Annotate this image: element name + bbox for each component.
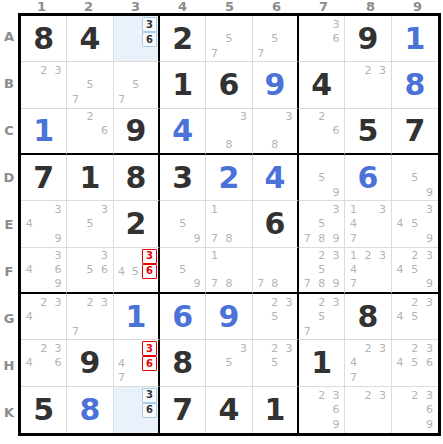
given-digit: 6 bbox=[264, 209, 285, 239]
column-label-4: 4 bbox=[159, 0, 206, 13]
cell-G4[interactable]: 6 bbox=[160, 294, 206, 340]
candidate-1: 1 bbox=[346, 249, 360, 263]
candidate-grid: 59 bbox=[160, 248, 205, 292]
row-label-F: F bbox=[0, 248, 18, 295]
cell-A3[interactable]: 36 bbox=[114, 16, 160, 62]
cell-E4[interactable]: 59 bbox=[160, 201, 206, 247]
candidate-3: 3 bbox=[282, 341, 296, 355]
cell-H6[interactable]: 235 bbox=[253, 340, 299, 386]
cell-K2[interactable]: 8 bbox=[67, 387, 113, 433]
candidate-5: 5 bbox=[314, 170, 328, 184]
candidate-8: 8 bbox=[222, 138, 236, 152]
candidate-5: 5 bbox=[83, 217, 97, 231]
eliminated-candidate-6: 6 bbox=[142, 356, 157, 371]
given-digit: 1 bbox=[80, 163, 101, 193]
candidate-3: 3 bbox=[329, 202, 343, 216]
candidate-2: 2 bbox=[314, 110, 328, 124]
candidate-8: 8 bbox=[268, 138, 282, 152]
row-label-K: K bbox=[0, 389, 18, 436]
solved-digit: 4 bbox=[172, 116, 193, 146]
cell-E1[interactable]: 349 bbox=[21, 201, 67, 247]
candidate-5: 5 bbox=[222, 356, 236, 370]
cell-E8[interactable]: 1347 bbox=[345, 201, 391, 247]
cell-E3[interactable]: 2 bbox=[114, 201, 160, 247]
candidate-4: 4 bbox=[393, 356, 408, 370]
given-digit: 3 bbox=[172, 163, 193, 193]
cell-F9[interactable]: 23459 bbox=[392, 248, 438, 294]
candidate-3: 3 bbox=[422, 249, 437, 263]
candidate-5: 5 bbox=[83, 263, 97, 277]
candidate-9: 9 bbox=[329, 417, 343, 432]
row-label-E: E bbox=[0, 201, 18, 248]
cell-B6[interactable]: 9 bbox=[253, 62, 299, 108]
candidate-5: 5 bbox=[314, 217, 328, 231]
candidate-3: 3 bbox=[282, 110, 296, 124]
candidate-5: 5 bbox=[407, 309, 422, 323]
candidate-5: 5 bbox=[83, 78, 97, 92]
candidate-grid: 35 bbox=[206, 340, 251, 385]
candidate-3: 3 bbox=[422, 202, 437, 216]
row-labels: ABCDEFGHK bbox=[0, 13, 18, 436]
cell-F4[interactable]: 59 bbox=[160, 248, 206, 294]
candidate-5: 5 bbox=[314, 263, 328, 277]
candidate-1: 1 bbox=[207, 249, 221, 263]
cell-F7[interactable]: 235789 bbox=[299, 248, 345, 294]
candidate-2: 2 bbox=[361, 249, 375, 263]
candidate-grid: 23456 bbox=[392, 340, 438, 385]
cell-D6[interactable]: 4 bbox=[253, 155, 299, 201]
cell-G1[interactable]: 234 bbox=[21, 294, 67, 340]
cell-H7[interactable]: 1 bbox=[299, 340, 345, 386]
cell-D8[interactable]: 6 bbox=[345, 155, 391, 201]
candidate-grid: 2346 bbox=[21, 340, 66, 385]
cell-G9[interactable]: 2345 bbox=[392, 294, 438, 340]
candidate-5: 5 bbox=[175, 217, 189, 231]
given-digit: 8 bbox=[125, 163, 146, 193]
candidate-6: 6 bbox=[329, 124, 343, 138]
cell-D3[interactable]: 8 bbox=[114, 155, 160, 201]
cell-D4[interactable]: 3 bbox=[160, 155, 206, 201]
candidate-grid: 3467 bbox=[114, 340, 158, 385]
candidate-8: 8 bbox=[314, 277, 328, 291]
candidate-1: 1 bbox=[207, 202, 221, 216]
candidate-grid: 26 bbox=[67, 109, 112, 153]
candidate-grid: 3459 bbox=[392, 201, 438, 246]
cell-H4[interactable]: 8 bbox=[160, 340, 206, 386]
cell-H9[interactable]: 23456 bbox=[392, 340, 438, 386]
cell-G7[interactable]: 2357 bbox=[299, 294, 345, 340]
candidate-2: 2 bbox=[407, 295, 422, 309]
cell-H5[interactable]: 35 bbox=[206, 340, 252, 386]
candidate-6: 6 bbox=[422, 402, 437, 417]
cell-G2[interactable]: 237 bbox=[67, 294, 113, 340]
candidate-7: 7 bbox=[254, 46, 268, 60]
candidate-grid: 2345 bbox=[392, 294, 438, 339]
given-digit: 8 bbox=[172, 348, 193, 378]
candidate-3: 3 bbox=[422, 295, 437, 309]
cell-B5[interactable]: 6 bbox=[206, 62, 252, 108]
given-digit: 5 bbox=[358, 116, 379, 146]
cell-F6[interactable]: 78 bbox=[253, 248, 299, 294]
cell-H3[interactable]: 3467 bbox=[114, 340, 160, 386]
cell-C5[interactable]: 38 bbox=[206, 109, 252, 155]
candidate-9: 9 bbox=[422, 185, 437, 199]
solved-digit: 9 bbox=[219, 302, 240, 332]
cell-F3[interactable]: 3456 bbox=[114, 248, 160, 294]
cell-E5[interactable]: 178 bbox=[206, 201, 252, 247]
candidate-8: 8 bbox=[222, 277, 236, 291]
candidate-2: 2 bbox=[83, 295, 97, 309]
candidate-8: 8 bbox=[314, 231, 328, 245]
candidate-2: 2 bbox=[407, 341, 422, 355]
sudoku-grid: 8436257573691235757169423812694383826577… bbox=[18, 13, 441, 436]
candidate-3: 3 bbox=[236, 110, 250, 124]
candidate-9: 9 bbox=[51, 231, 65, 245]
cell-F5[interactable]: 178 bbox=[206, 248, 252, 294]
column-label-2: 2 bbox=[65, 0, 112, 13]
candidate-2: 2 bbox=[361, 388, 375, 403]
row-label-A: A bbox=[0, 13, 18, 60]
candidate-3: 3 bbox=[97, 249, 111, 263]
cell-F2[interactable]: 356 bbox=[67, 248, 113, 294]
cell-C7[interactable]: 26 bbox=[299, 109, 345, 155]
candidate-9: 9 bbox=[422, 231, 437, 245]
column-label-6: 6 bbox=[253, 0, 300, 13]
candidate-1: 1 bbox=[346, 202, 360, 216]
cell-A2[interactable]: 4 bbox=[67, 16, 113, 62]
candidate-4: 4 bbox=[346, 263, 360, 277]
cell-C4[interactable]: 4 bbox=[160, 109, 206, 155]
given-digit: 9 bbox=[358, 24, 379, 54]
candidate-3: 3 bbox=[422, 341, 437, 355]
candidate-grid: 35789 bbox=[299, 201, 344, 246]
column-label-1: 1 bbox=[18, 0, 65, 13]
candidate-grid: 23 bbox=[345, 387, 390, 433]
candidate-grid: 35 bbox=[67, 201, 112, 246]
cell-K9[interactable]: 2369 bbox=[392, 387, 438, 433]
cell-B1[interactable]: 23 bbox=[21, 62, 67, 108]
chain-candidate-6: 6 bbox=[142, 403, 157, 418]
candidate-grid: 57 bbox=[67, 62, 112, 107]
cell-B3[interactable]: 57 bbox=[114, 62, 160, 108]
candidate-7: 7 bbox=[115, 371, 129, 384]
chain-candidate-3: 3 bbox=[142, 388, 157, 403]
candidate-5: 5 bbox=[407, 356, 422, 370]
candidate-5: 5 bbox=[128, 264, 142, 279]
cell-D9[interactable]: 59 bbox=[392, 155, 438, 201]
row-label-C: C bbox=[0, 107, 18, 154]
cell-F8[interactable]: 12347 bbox=[345, 248, 391, 294]
cell-F1[interactable]: 3469 bbox=[21, 248, 67, 294]
cell-E6[interactable]: 6 bbox=[253, 201, 299, 247]
given-digit: 9 bbox=[80, 348, 101, 378]
candidate-grid: 38 bbox=[206, 109, 251, 153]
candidate-3: 3 bbox=[282, 295, 296, 309]
cell-D5[interactable]: 2 bbox=[206, 155, 252, 201]
column-label-5: 5 bbox=[206, 0, 253, 13]
candidate-7: 7 bbox=[300, 324, 314, 338]
candidate-2: 2 bbox=[36, 63, 50, 77]
candidate-6: 6 bbox=[97, 263, 111, 277]
row-label-B: B bbox=[0, 60, 18, 107]
candidate-3: 3 bbox=[51, 249, 65, 263]
candidate-7: 7 bbox=[207, 46, 221, 60]
cell-C1[interactable]: 1 bbox=[21, 109, 67, 155]
candidate-3: 3 bbox=[51, 341, 65, 355]
cell-E7[interactable]: 35789 bbox=[299, 201, 345, 247]
given-digit: 2 bbox=[125, 209, 146, 239]
column-label-8: 8 bbox=[347, 0, 394, 13]
candidate-5: 5 bbox=[129, 78, 143, 92]
candidate-grid: 23 bbox=[21, 62, 66, 107]
candidate-7: 7 bbox=[346, 277, 360, 291]
cell-D1[interactable]: 7 bbox=[21, 155, 67, 201]
candidate-5: 5 bbox=[314, 309, 328, 323]
cell-B4[interactable]: 1 bbox=[160, 62, 206, 108]
candidate-grid: 59 bbox=[299, 155, 344, 200]
candidate-9: 9 bbox=[422, 417, 437, 432]
candidate-2: 2 bbox=[83, 110, 97, 124]
candidate-9: 9 bbox=[329, 231, 343, 245]
candidate-grid: 59 bbox=[392, 155, 438, 200]
eliminated-candidate-3: 3 bbox=[142, 341, 157, 356]
candidate-4: 4 bbox=[22, 309, 36, 323]
candidate-5: 5 bbox=[175, 263, 189, 277]
candidate-grid: 3456 bbox=[114, 248, 158, 292]
candidate-4: 4 bbox=[22, 356, 36, 370]
candidate-grid: 57 bbox=[114, 62, 158, 107]
cell-K1[interactable]: 5 bbox=[21, 387, 67, 433]
candidate-7: 7 bbox=[68, 92, 82, 106]
solved-digit: 1 bbox=[125, 302, 146, 332]
candidate-6: 6 bbox=[329, 402, 343, 417]
candidate-7: 7 bbox=[207, 231, 221, 245]
candidate-grid: 178 bbox=[206, 248, 251, 292]
cell-A8[interactable]: 9 bbox=[345, 16, 391, 62]
solved-digit: 1 bbox=[33, 116, 54, 146]
candidate-6: 6 bbox=[422, 356, 437, 370]
candidate-grid: 2369 bbox=[299, 387, 344, 433]
candidate-3: 3 bbox=[97, 295, 111, 309]
candidate-4: 4 bbox=[115, 264, 129, 279]
cell-B7[interactable]: 4 bbox=[299, 62, 345, 108]
cell-G5[interactable]: 9 bbox=[206, 294, 252, 340]
candidate-2: 2 bbox=[268, 295, 282, 309]
candidate-3: 3 bbox=[375, 249, 389, 263]
column-label-3: 3 bbox=[112, 0, 159, 13]
candidate-3: 3 bbox=[422, 388, 437, 403]
given-digit: 5 bbox=[33, 395, 54, 425]
given-digit: 8 bbox=[33, 24, 54, 54]
candidate-9: 9 bbox=[190, 277, 204, 291]
candidate-grid: 178 bbox=[206, 201, 251, 246]
cell-A4[interactable]: 2 bbox=[160, 16, 206, 62]
candidate-3: 3 bbox=[329, 17, 343, 31]
candidate-4: 4 bbox=[115, 356, 129, 371]
cell-G6[interactable]: 235 bbox=[253, 294, 299, 340]
candidate-grid: 356 bbox=[67, 248, 112, 292]
candidate-grid: 2369 bbox=[392, 387, 438, 433]
given-digit: 2 bbox=[172, 24, 193, 54]
cell-D7[interactable]: 59 bbox=[299, 155, 345, 201]
cell-C2[interactable]: 26 bbox=[67, 109, 113, 155]
cell-H2[interactable]: 9 bbox=[67, 340, 113, 386]
candidate-2: 2 bbox=[36, 341, 50, 355]
candidate-3: 3 bbox=[51, 295, 65, 309]
candidate-grid: 23 bbox=[345, 62, 390, 107]
cell-B2[interactable]: 57 bbox=[67, 62, 113, 108]
cell-A7[interactable]: 36 bbox=[299, 16, 345, 62]
solved-digit: 6 bbox=[172, 302, 193, 332]
candidate-grid: 26 bbox=[299, 109, 344, 153]
cell-D2[interactable]: 1 bbox=[67, 155, 113, 201]
candidate-grid: 1347 bbox=[345, 201, 390, 246]
candidate-7: 7 bbox=[346, 370, 360, 384]
eliminated-candidate-3: 3 bbox=[142, 249, 157, 264]
candidate-grid: 36 bbox=[299, 16, 344, 61]
candidate-grid: 36 bbox=[114, 16, 158, 61]
candidate-grid: 78 bbox=[253, 248, 297, 292]
candidate-4: 4 bbox=[393, 217, 408, 231]
candidate-4: 4 bbox=[393, 309, 408, 323]
candidate-2: 2 bbox=[268, 341, 282, 355]
cell-K3[interactable]: 36 bbox=[114, 387, 160, 433]
candidate-4: 4 bbox=[346, 217, 360, 231]
cell-K8[interactable]: 23 bbox=[345, 387, 391, 433]
given-digit: 1 bbox=[311, 348, 332, 378]
candidate-7: 7 bbox=[300, 277, 314, 291]
given-digit: 7 bbox=[33, 163, 54, 193]
candidate-5: 5 bbox=[407, 263, 422, 277]
candidate-grid: 57 bbox=[206, 16, 251, 61]
candidate-4: 4 bbox=[22, 263, 36, 277]
cell-B9[interactable]: 8 bbox=[392, 62, 438, 108]
candidate-4: 4 bbox=[393, 263, 408, 277]
chain-candidate-6: 6 bbox=[142, 32, 157, 47]
given-digit: 4 bbox=[80, 24, 101, 54]
eliminated-candidate-6: 6 bbox=[142, 264, 157, 279]
candidate-6: 6 bbox=[51, 263, 65, 277]
candidate-6: 6 bbox=[329, 31, 343, 45]
candidate-2: 2 bbox=[361, 341, 375, 355]
cell-G3[interactable]: 1 bbox=[114, 294, 160, 340]
candidate-grid: 59 bbox=[160, 201, 205, 246]
column-label-9: 9 bbox=[394, 0, 441, 13]
cell-H8[interactable]: 2347 bbox=[345, 340, 391, 386]
candidate-5: 5 bbox=[268, 356, 282, 370]
candidate-3: 3 bbox=[375, 388, 389, 403]
candidate-grid: 2347 bbox=[345, 340, 390, 385]
candidate-7: 7 bbox=[68, 324, 82, 338]
candidate-grid: 2357 bbox=[299, 294, 344, 339]
candidate-7: 7 bbox=[300, 231, 314, 245]
cell-C6[interactable]: 38 bbox=[253, 109, 299, 155]
solved-digit: 9 bbox=[264, 70, 285, 100]
candidate-2: 2 bbox=[314, 388, 328, 403]
candidate-9: 9 bbox=[422, 277, 437, 291]
candidate-3: 3 bbox=[51, 202, 65, 216]
candidate-2: 2 bbox=[314, 295, 328, 309]
column-labels: 123456789 bbox=[18, 0, 441, 13]
candidate-5: 5 bbox=[407, 170, 422, 184]
candidate-grid: 38 bbox=[253, 109, 297, 153]
candidate-grid: 57 bbox=[253, 16, 297, 61]
cell-K6[interactable]: 1 bbox=[253, 387, 299, 433]
cell-C3[interactable]: 9 bbox=[114, 109, 160, 155]
candidate-6: 6 bbox=[51, 356, 65, 370]
cell-A5[interactable]: 57 bbox=[206, 16, 252, 62]
candidate-6: 6 bbox=[97, 124, 111, 138]
cell-C9[interactable]: 7 bbox=[392, 109, 438, 155]
solved-digit: 2 bbox=[219, 163, 240, 193]
cell-G8[interactable]: 8 bbox=[345, 294, 391, 340]
candidate-grid: 349 bbox=[21, 201, 66, 246]
candidate-3: 3 bbox=[375, 202, 389, 216]
given-digit: 7 bbox=[404, 116, 425, 146]
cell-A6[interactable]: 57 bbox=[253, 16, 299, 62]
cell-H1[interactable]: 2346 bbox=[21, 340, 67, 386]
cell-K4[interactable]: 7 bbox=[160, 387, 206, 433]
candidate-9: 9 bbox=[329, 277, 343, 291]
candidate-3: 3 bbox=[375, 341, 389, 355]
solved-digit: 8 bbox=[404, 70, 425, 100]
cell-E2[interactable]: 35 bbox=[67, 201, 113, 247]
candidate-2: 2 bbox=[407, 388, 422, 403]
solved-digit: 6 bbox=[358, 163, 379, 193]
solved-digit: 4 bbox=[264, 163, 285, 193]
candidate-2: 2 bbox=[314, 249, 328, 263]
given-digit: 4 bbox=[219, 395, 240, 425]
candidate-3: 3 bbox=[236, 341, 250, 355]
given-digit: 4 bbox=[311, 70, 332, 100]
column-label-7: 7 bbox=[300, 0, 347, 13]
cell-A9[interactable]: 1 bbox=[392, 16, 438, 62]
candidate-2: 2 bbox=[361, 63, 375, 77]
candidate-9: 9 bbox=[51, 277, 65, 291]
candidate-3: 3 bbox=[329, 249, 343, 263]
candidate-7: 7 bbox=[254, 277, 268, 291]
candidate-5: 5 bbox=[268, 31, 282, 45]
given-digit: 6 bbox=[219, 70, 240, 100]
given-digit: 1 bbox=[172, 70, 193, 100]
given-digit: 8 bbox=[358, 302, 379, 332]
sudoku-solver-board: 123456789 ABCDEFGHK 84362575736912357571… bbox=[0, 0, 443, 444]
candidate-2: 2 bbox=[407, 249, 422, 263]
row-label-G: G bbox=[0, 295, 18, 342]
chain-candidate-3: 3 bbox=[142, 17, 157, 32]
cell-C8[interactable]: 5 bbox=[345, 109, 391, 155]
candidate-7: 7 bbox=[115, 92, 129, 106]
candidate-3: 3 bbox=[51, 63, 65, 77]
candidate-grid: 235789 bbox=[299, 248, 344, 292]
cell-B8[interactable]: 23 bbox=[345, 62, 391, 108]
given-digit: 7 bbox=[172, 395, 193, 425]
cell-A1[interactable]: 8 bbox=[21, 16, 67, 62]
candidate-7: 7 bbox=[207, 277, 221, 291]
candidate-8: 8 bbox=[268, 277, 282, 291]
cell-K7[interactable]: 2369 bbox=[299, 387, 345, 433]
solved-digit: 8 bbox=[80, 395, 101, 425]
cell-K5[interactable]: 4 bbox=[206, 387, 252, 433]
candidate-9: 9 bbox=[190, 231, 204, 245]
candidate-5: 5 bbox=[407, 217, 422, 231]
candidate-9: 9 bbox=[329, 185, 343, 199]
candidate-grid: 12347 bbox=[345, 248, 390, 292]
candidate-grid: 234 bbox=[21, 294, 66, 339]
candidate-3: 3 bbox=[329, 388, 343, 403]
candidate-5: 5 bbox=[268, 309, 282, 323]
cell-E9[interactable]: 3459 bbox=[392, 201, 438, 247]
